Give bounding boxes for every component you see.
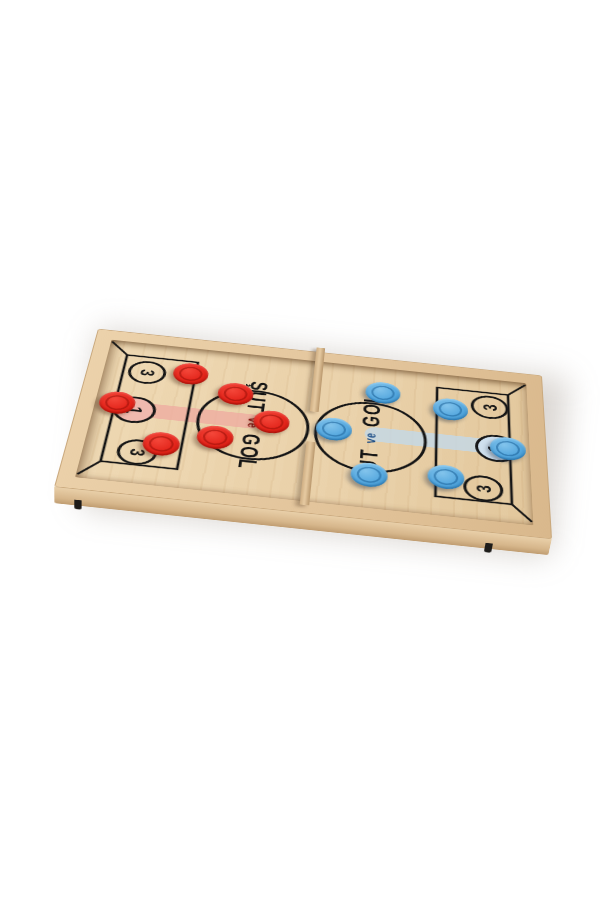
goal-number: 3: [137, 368, 158, 376]
sling-puck-board: 3 1 3 3 1 3 ŞUT ve GOL: [54, 329, 552, 539]
goal-number: 3: [480, 403, 499, 412]
product-photo-scene: 3 1 3 3 1 3 ŞUT ve GOL: [0, 0, 600, 900]
word-ve: ve: [362, 432, 379, 445]
left-goal-diagonals: [78, 342, 130, 475]
right-circle-text: ŞUT ve GOL: [351, 390, 389, 486]
foot-peg: [74, 500, 81, 510]
